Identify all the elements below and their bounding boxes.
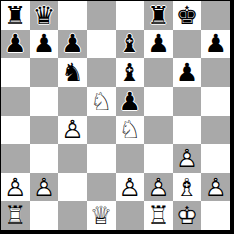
square-a2[interactable]: ♟♙	[1, 173, 30, 202]
square-g2[interactable]: ♝♗	[173, 173, 202, 202]
square-g3[interactable]: ♟♙	[173, 144, 202, 173]
square-g8[interactable]: ♚	[173, 1, 202, 30]
square-f6[interactable]	[144, 58, 173, 87]
piece-black-queen: ♛	[30, 1, 59, 30]
piece-black-king: ♚	[173, 1, 202, 30]
piece-white-pawn: ♟♙	[144, 173, 173, 202]
square-b4[interactable]	[30, 116, 59, 145]
square-g7[interactable]	[173, 30, 202, 59]
piece-white-pawn: ♟♙	[116, 173, 145, 202]
square-b8[interactable]: ♛	[30, 1, 59, 30]
square-f5[interactable]	[144, 87, 173, 116]
piece-black-pawn: ♟	[201, 30, 230, 59]
square-d2[interactable]	[87, 173, 116, 202]
piece-white-pawn: ♟♙	[201, 173, 230, 202]
square-c8[interactable]	[58, 1, 87, 30]
square-d7[interactable]	[87, 30, 116, 59]
square-g1[interactable]: ♚♔	[173, 201, 202, 230]
square-d1[interactable]: ♛♕	[87, 201, 116, 230]
square-a6[interactable]	[1, 58, 30, 87]
diagram-frame: ♜♛♜♚♟♟♟♝♟♟♞♝♟♞♘♟♟♙♞♘♟♙♟♙♟♙♟♙♟♙♝♗♟♙♜♖♛♕♜♖…	[0, 0, 234, 234]
square-e2[interactable]: ♟♙	[116, 173, 145, 202]
piece-white-queen: ♛♕	[87, 201, 116, 230]
square-f4[interactable]	[144, 116, 173, 145]
square-h2[interactable]: ♟♙	[201, 173, 230, 202]
square-h7[interactable]: ♟	[201, 30, 230, 59]
piece-white-pawn: ♟♙	[30, 173, 59, 202]
square-a4[interactable]	[1, 116, 30, 145]
piece-black-pawn: ♟	[30, 30, 59, 59]
square-f2[interactable]: ♟♙	[144, 173, 173, 202]
piece-black-pawn: ♟	[173, 58, 202, 87]
square-d8[interactable]	[87, 1, 116, 30]
square-b2[interactable]: ♟♙	[30, 173, 59, 202]
square-e3[interactable]	[116, 144, 145, 173]
square-a3[interactable]	[1, 144, 30, 173]
piece-white-knight: ♞♘	[116, 116, 145, 145]
piece-black-rook: ♜	[144, 1, 173, 30]
square-f7[interactable]: ♟	[144, 30, 173, 59]
square-b1[interactable]	[30, 201, 59, 230]
square-c2[interactable]	[58, 173, 87, 202]
piece-white-pawn: ♟♙	[58, 116, 87, 145]
square-b7[interactable]: ♟	[30, 30, 59, 59]
square-a1[interactable]: ♜♖	[1, 201, 30, 230]
piece-black-pawn: ♟	[1, 30, 30, 59]
square-f8[interactable]: ♜	[144, 1, 173, 30]
square-g5[interactable]	[173, 87, 202, 116]
square-c6[interactable]: ♞	[58, 58, 87, 87]
square-d3[interactable]	[87, 144, 116, 173]
piece-black-knight: ♞	[58, 58, 87, 87]
piece-white-bishop: ♝♗	[173, 173, 202, 202]
piece-black-bishop: ♝	[116, 58, 145, 87]
piece-white-rook: ♜♖	[144, 201, 173, 230]
square-e7[interactable]: ♝	[116, 30, 145, 59]
square-e8[interactable]	[116, 1, 145, 30]
square-g4[interactable]	[173, 116, 202, 145]
square-h6[interactable]	[201, 58, 230, 87]
piece-white-pawn: ♟♙	[1, 173, 30, 202]
square-c1[interactable]	[58, 201, 87, 230]
square-a8[interactable]: ♜	[1, 1, 30, 30]
square-e6[interactable]: ♝	[116, 58, 145, 87]
square-h5[interactable]	[201, 87, 230, 116]
piece-white-king: ♚♔	[173, 201, 202, 230]
piece-black-pawn: ♟	[144, 30, 173, 59]
square-c3[interactable]	[58, 144, 87, 173]
square-h3[interactable]	[201, 144, 230, 173]
square-e4[interactable]: ♞♘	[116, 116, 145, 145]
square-c4[interactable]: ♟♙	[58, 116, 87, 145]
piece-white-knight: ♞♘	[87, 87, 116, 116]
piece-white-pawn: ♟♙	[173, 144, 202, 173]
square-e5[interactable]: ♟	[116, 87, 145, 116]
square-a5[interactable]	[1, 87, 30, 116]
square-b6[interactable]	[30, 58, 59, 87]
square-c7[interactable]: ♟	[58, 30, 87, 59]
piece-black-pawn: ♟	[58, 30, 87, 59]
piece-black-rook: ♜	[1, 1, 30, 30]
square-f1[interactable]: ♜♖	[144, 201, 173, 230]
square-b3[interactable]	[30, 144, 59, 173]
piece-black-bishop: ♝	[116, 30, 145, 59]
square-g6[interactable]: ♟	[173, 58, 202, 87]
square-b5[interactable]	[30, 87, 59, 116]
square-c5[interactable]	[58, 87, 87, 116]
square-d5[interactable]: ♞♘	[87, 87, 116, 116]
square-h8[interactable]	[201, 1, 230, 30]
piece-black-pawn: ♟	[116, 87, 145, 116]
square-h4[interactable]	[201, 116, 230, 145]
chess-board: ♜♛♜♚♟♟♟♝♟♟♞♝♟♞♘♟♟♙♞♘♟♙♟♙♟♙♟♙♟♙♝♗♟♙♜♖♛♕♜♖…	[1, 1, 230, 230]
square-d4[interactable]	[87, 116, 116, 145]
square-f3[interactable]	[144, 144, 173, 173]
square-e1[interactable]	[116, 201, 145, 230]
piece-white-rook: ♜♖	[1, 201, 30, 230]
square-h1[interactable]	[201, 201, 230, 230]
square-d6[interactable]	[87, 58, 116, 87]
square-a7[interactable]: ♟	[1, 30, 30, 59]
